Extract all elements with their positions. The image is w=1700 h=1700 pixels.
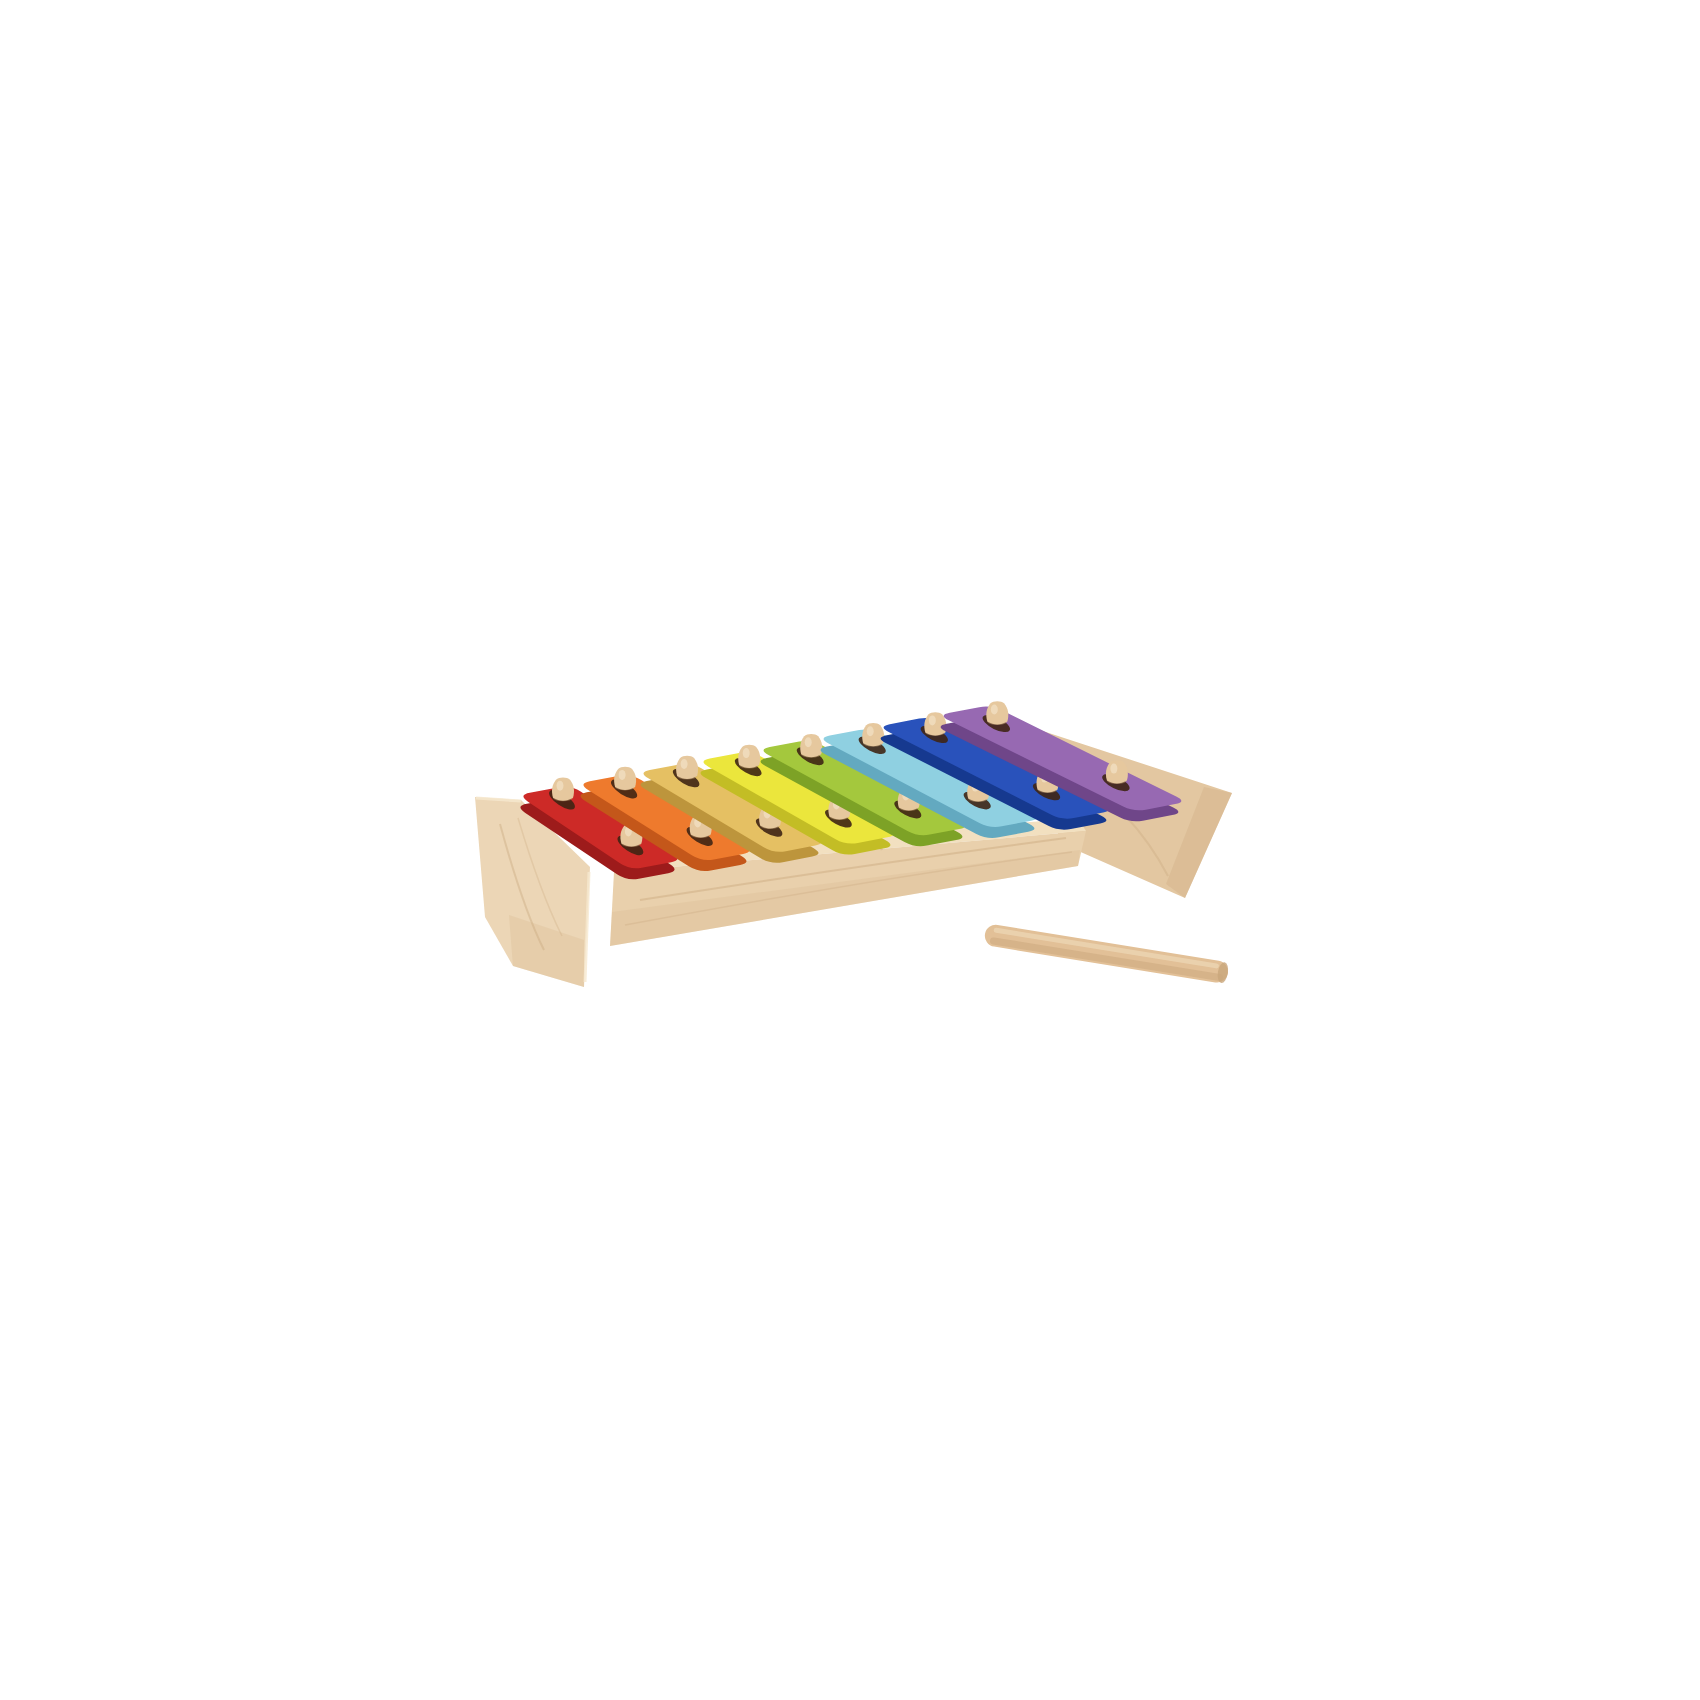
wooden-peg: [614, 767, 636, 791]
wooden-peg: [676, 756, 698, 780]
wooden-peg: [986, 701, 1008, 725]
peg-highlight: [681, 759, 688, 769]
peg-highlight: [1110, 764, 1117, 774]
product-photo: [0, 0, 1700, 1700]
peg-head: [986, 701, 1008, 724]
xylophone-illustration: [0, 0, 1700, 1700]
wooden-peg: [924, 712, 946, 736]
peg-highlight: [929, 715, 936, 725]
peg-head: [924, 712, 946, 735]
peg-head: [552, 778, 574, 801]
peg-highlight: [991, 705, 998, 715]
peg-highlight: [743, 748, 750, 758]
peg-head: [738, 745, 760, 768]
wooden-peg: [1106, 760, 1128, 784]
peg-highlight: [557, 781, 564, 791]
peg-head: [614, 767, 636, 790]
peg-head: [862, 723, 884, 746]
wooden-peg: [800, 734, 822, 758]
peg-head: [676, 756, 698, 779]
wooden-peg: [552, 778, 574, 802]
wooden-peg: [738, 745, 760, 769]
peg-head: [1106, 760, 1128, 783]
peg-head: [800, 734, 822, 757]
peg-highlight: [619, 770, 626, 780]
wooden-peg: [862, 723, 884, 747]
peg-highlight: [805, 737, 812, 747]
peg-highlight: [867, 726, 874, 736]
